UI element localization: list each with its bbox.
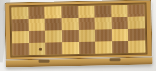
board-square — [111, 5, 128, 17]
wood-grain-texture — [62, 42, 79, 54]
board-square — [79, 42, 96, 54]
board-square — [62, 30, 79, 42]
board-square — [128, 5, 145, 17]
wood-grain-texture — [62, 18, 79, 30]
wood-grain-texture — [95, 5, 112, 17]
board-square — [12, 31, 29, 43]
board-square — [11, 7, 28, 19]
wood-grain-texture — [45, 30, 62, 42]
wood-grain-texture — [61, 6, 78, 18]
board-square — [128, 17, 145, 29]
wood-grain-texture — [78, 18, 95, 30]
wood-grain-texture — [128, 17, 145, 29]
board-square — [29, 43, 46, 55]
wood-grain-texture — [45, 42, 62, 54]
board-square — [95, 17, 112, 29]
board-square — [112, 29, 129, 41]
wood-grain-texture — [128, 5, 145, 17]
board-square — [12, 43, 29, 55]
wood-grain-texture — [129, 41, 146, 53]
board-square — [128, 29, 145, 41]
board-square — [111, 17, 128, 29]
board-square — [45, 30, 62, 42]
wood-grain-texture — [12, 19, 29, 31]
hinge-right — [110, 58, 121, 61]
wood-grain-texture — [112, 29, 129, 41]
wood-grain-texture — [78, 6, 95, 18]
wood-grain-texture — [62, 30, 79, 42]
board-square — [28, 19, 45, 31]
wood-grain-texture — [128, 29, 145, 41]
board-square — [112, 41, 129, 53]
wood-grain-texture — [95, 41, 112, 53]
board-square — [129, 41, 146, 53]
wood-grain-texture — [95, 17, 112, 29]
board-square — [95, 5, 112, 17]
wood-grain-texture — [28, 19, 45, 31]
wood-grain-texture — [111, 5, 128, 17]
board-square — [28, 7, 45, 19]
board-square — [45, 42, 62, 54]
board-frame — [4, 0, 152, 60]
wood-grain-texture — [12, 43, 29, 55]
wood-grain-texture — [28, 7, 45, 19]
board-square — [95, 29, 112, 41]
wood-knot — [38, 48, 42, 51]
board-square — [62, 42, 79, 54]
wood-grain-texture — [112, 41, 129, 53]
frame-inlay-border — [9, 3, 147, 58]
wood-grain-texture — [12, 31, 29, 43]
board-square — [78, 18, 95, 30]
board-square — [95, 41, 112, 53]
wood-grain-texture — [29, 31, 46, 43]
chessboard-grid — [11, 5, 145, 56]
wood-grain-texture — [78, 30, 95, 42]
photo-background — [0, 0, 156, 71]
board-square — [61, 6, 78, 18]
hinge-left — [39, 60, 50, 63]
wood-grain-texture — [11, 7, 28, 19]
wood-grain-texture — [45, 6, 62, 18]
wood-grain-texture — [79, 42, 96, 54]
wood-grain-texture — [111, 17, 128, 29]
board-square — [78, 6, 95, 18]
board-square — [45, 18, 62, 30]
board-square — [78, 30, 95, 42]
box-side-panel — [6, 56, 153, 67]
wood-grain-texture — [29, 43, 46, 55]
board-square — [29, 31, 46, 43]
board-square — [45, 6, 62, 18]
wood-grain-texture — [45, 18, 62, 30]
chessboard-box — [4, 0, 152, 68]
board-square — [62, 18, 79, 30]
board-square — [12, 19, 29, 31]
wood-grain-texture — [95, 29, 112, 41]
